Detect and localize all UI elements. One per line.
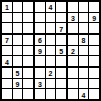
- empty-cell-r6c9[interactable]: [89, 56, 99, 66]
- empty-cell-r6c2[interactable]: [13, 56, 24, 66]
- empty-cell-r9c1[interactable]: [2, 89, 13, 99]
- empty-cell-r1c6[interactable]: [56, 2, 68, 12]
- empty-cell-r6c3[interactable]: [23, 56, 35, 66]
- empty-cell-r1c3[interactable]: [23, 2, 35, 12]
- given-cell-r4c4: 6: [35, 35, 46, 45]
- empty-cell-r3c1[interactable]: [2, 23, 13, 33]
- empty-cell-r5c1[interactable]: [2, 46, 13, 56]
- empty-cell-r2c4[interactable]: [35, 13, 46, 23]
- board-row-7: 52: [2, 68, 99, 79]
- empty-cell-r2c2[interactable]: [13, 13, 24, 23]
- given-cell-r2c7: 3: [68, 13, 79, 23]
- empty-cell-r4c7[interactable]: [68, 35, 79, 45]
- empty-cell-r1c8[interactable]: [79, 2, 90, 12]
- given-cell-r2c9: 9: [89, 13, 99, 23]
- given-cell-r4c8: 8: [79, 35, 90, 45]
- given-cell-r8c2: 9: [13, 79, 24, 89]
- empty-cell-r4c9[interactable]: [89, 35, 99, 45]
- given-cell-r6c1: 4: [2, 56, 13, 66]
- given-digit: 9: [38, 48, 42, 55]
- empty-cell-r2c6[interactable]: [56, 13, 68, 23]
- empty-cell-r6c8[interactable]: [79, 56, 90, 66]
- empty-cell-r4c3[interactable]: [23, 35, 35, 45]
- given-cell-r7c5: 2: [46, 68, 57, 78]
- board-row-9: 4: [2, 89, 99, 99]
- empty-cell-r4c2[interactable]: [13, 35, 24, 45]
- given-digit: 1: [5, 4, 9, 11]
- empty-cell-r5c3[interactable]: [23, 46, 35, 56]
- given-cell-r3c6: 7: [56, 23, 68, 33]
- board-row-8: 93: [2, 79, 99, 90]
- empty-cell-r6c7[interactable]: [68, 56, 79, 66]
- empty-cell-r9c5[interactable]: [46, 89, 57, 99]
- given-cell-r7c2: 5: [13, 68, 24, 78]
- empty-cell-r7c7[interactable]: [68, 68, 79, 78]
- board-row-3: 7: [2, 23, 99, 35]
- board-row-6: 4: [2, 56, 99, 68]
- empty-cell-r9c9[interactable]: [89, 89, 99, 99]
- given-digit: 7: [5, 37, 9, 44]
- empty-cell-r8c9[interactable]: [89, 79, 99, 89]
- empty-cell-r6c4[interactable]: [35, 56, 46, 66]
- given-digit: 2: [71, 48, 75, 55]
- given-cell-r5c7: 2: [68, 46, 79, 56]
- empty-cell-r3c2[interactable]: [13, 23, 24, 33]
- empty-cell-r8c5[interactable]: [46, 79, 57, 89]
- empty-cell-r9c4[interactable]: [35, 89, 46, 99]
- given-digit: 7: [59, 25, 63, 32]
- board-row-4: 768: [2, 35, 99, 46]
- given-digit: 5: [16, 70, 20, 77]
- empty-cell-r8c3[interactable]: [23, 79, 35, 89]
- empty-cell-r8c6[interactable]: [56, 79, 68, 89]
- empty-cell-r3c7[interactable]: [68, 23, 79, 33]
- given-digit: 2: [49, 70, 53, 77]
- given-digit: 4: [49, 4, 53, 11]
- given-digit: 3: [38, 81, 42, 88]
- empty-cell-r7c3[interactable]: [23, 68, 35, 78]
- given-cell-r5c6: 5: [56, 46, 68, 56]
- empty-cell-r8c8[interactable]: [79, 79, 90, 89]
- empty-cell-r1c9[interactable]: [89, 2, 99, 12]
- given-digit: 3: [71, 15, 75, 22]
- given-digit: 9: [92, 15, 96, 22]
- given-cell-r5c4: 9: [35, 46, 46, 56]
- given-cell-r8c4: 3: [35, 79, 46, 89]
- board-row-2: 39: [2, 13, 99, 24]
- empty-cell-r2c1[interactable]: [2, 13, 13, 23]
- given-digit: 8: [82, 37, 86, 44]
- empty-cell-r2c8[interactable]: [79, 13, 90, 23]
- empty-cell-r2c5[interactable]: [46, 13, 57, 23]
- given-digit: 9: [16, 81, 20, 88]
- empty-cell-r3c5[interactable]: [46, 23, 57, 33]
- board-row-5: 952: [2, 46, 99, 57]
- given-cell-r1c5: 4: [46, 2, 57, 12]
- empty-cell-r7c8[interactable]: [79, 68, 90, 78]
- empty-cell-r7c4[interactable]: [35, 68, 46, 78]
- empty-cell-r3c8[interactable]: [79, 23, 90, 33]
- empty-cell-r7c1[interactable]: [2, 68, 13, 78]
- empty-cell-r7c9[interactable]: [89, 68, 99, 78]
- empty-cell-r4c6[interactable]: [56, 35, 68, 45]
- empty-cell-r3c4[interactable]: [35, 23, 46, 33]
- empty-cell-r9c3[interactable]: [23, 89, 35, 99]
- empty-cell-r6c5[interactable]: [46, 56, 57, 66]
- empty-cell-r9c6[interactable]: [56, 89, 68, 99]
- given-digit: 5: [59, 48, 63, 55]
- empty-cell-r9c2[interactable]: [13, 89, 24, 99]
- given-cell-r9c8: 4: [79, 89, 90, 99]
- empty-cell-r5c9[interactable]: [89, 46, 99, 56]
- empty-cell-r2c3[interactable]: [23, 13, 35, 23]
- empty-cell-r6c6[interactable]: [56, 56, 68, 66]
- empty-cell-r1c7[interactable]: [68, 2, 79, 12]
- empty-cell-r8c7[interactable]: [68, 79, 79, 89]
- board-row-1: 14: [2, 2, 99, 13]
- empty-cell-r1c4[interactable]: [35, 2, 46, 12]
- given-cell-r1c1: 1: [2, 2, 13, 12]
- empty-cell-r8c1[interactable]: [2, 79, 13, 89]
- given-digit: 4: [5, 58, 9, 65]
- empty-cell-r5c8[interactable]: [79, 46, 90, 56]
- empty-cell-r3c9[interactable]: [89, 23, 99, 33]
- sudoku-board: 14397768952452934: [0, 0, 101, 101]
- empty-cell-r1c2[interactable]: [13, 2, 24, 12]
- empty-cell-r3c3[interactable]: [23, 23, 35, 33]
- empty-cell-r7c6[interactable]: [56, 68, 68, 78]
- given-digit: 4: [82, 91, 86, 98]
- empty-cell-r4c5[interactable]: [46, 35, 57, 45]
- empty-cell-r9c7[interactable]: [68, 89, 79, 99]
- given-cell-r4c1: 7: [2, 35, 13, 45]
- empty-cell-r5c5[interactable]: [46, 46, 57, 56]
- empty-cell-r5c2[interactable]: [13, 46, 24, 56]
- given-digit: 6: [38, 37, 42, 44]
